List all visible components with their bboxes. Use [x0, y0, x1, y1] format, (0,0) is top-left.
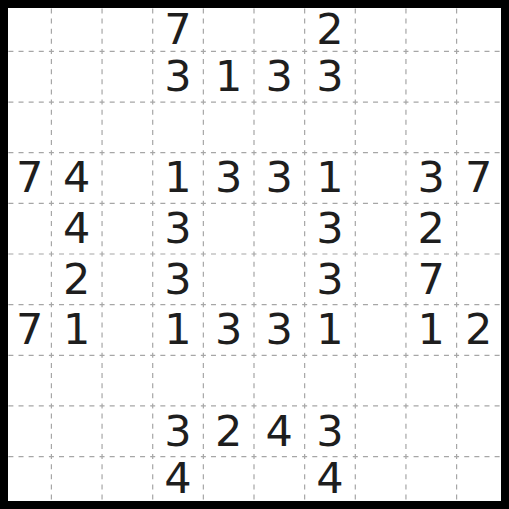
cell-r10c3[interactable] [102, 457, 153, 501]
cell-grid: 723133741331374332233771133112324344 [8, 8, 501, 501]
cell-r1c1[interactable] [8, 8, 51, 51]
cell-r6c3[interactable] [102, 254, 153, 305]
cell-r10c6[interactable] [254, 457, 305, 501]
cell-r10c10[interactable] [457, 457, 501, 501]
cell-r10c1[interactable] [8, 457, 51, 501]
cell-r10c2[interactable] [51, 457, 102, 501]
cell-r1c6[interactable] [254, 8, 305, 51]
cell-r2c4: 3 [153, 51, 204, 102]
cell-r4c7: 1 [305, 153, 356, 204]
cell-r6c2: 2 [51, 254, 102, 305]
cell-r4c3[interactable] [102, 153, 153, 204]
cell-r8c10[interactable] [457, 355, 501, 406]
cell-r9c3[interactable] [102, 406, 153, 457]
cell-r1c3[interactable] [102, 8, 153, 51]
cell-r1c2[interactable] [51, 8, 102, 51]
cell-r3c1[interactable] [8, 102, 51, 153]
cell-r6c10[interactable] [457, 254, 501, 305]
cell-r8c8[interactable] [355, 355, 406, 406]
cell-r1c10[interactable] [457, 8, 501, 51]
cell-r2c2[interactable] [51, 51, 102, 102]
cell-r6c7: 3 [305, 254, 356, 305]
cell-r10c4: 4 [153, 457, 204, 501]
cell-r4c2: 4 [51, 153, 102, 204]
cell-r8c9[interactable] [406, 355, 457, 406]
cell-r9c4: 3 [153, 406, 204, 457]
cell-r8c2[interactable] [51, 355, 102, 406]
cell-r2c7: 3 [305, 51, 356, 102]
cell-r9c5: 2 [203, 406, 254, 457]
cell-r1c4: 7 [153, 8, 204, 51]
cell-r3c10[interactable] [457, 102, 501, 153]
cell-r4c9: 3 [406, 153, 457, 204]
cell-r2c1[interactable] [8, 51, 51, 102]
cell-r9c6: 4 [254, 406, 305, 457]
cell-r4c5: 3 [203, 153, 254, 204]
cell-r6c9: 7 [406, 254, 457, 305]
cell-r5c10[interactable] [457, 203, 501, 254]
cell-r8c4[interactable] [153, 355, 204, 406]
cell-r8c5[interactable] [203, 355, 254, 406]
cell-r3c7[interactable] [305, 102, 356, 153]
cell-r1c8[interactable] [355, 8, 406, 51]
cell-r1c7: 2 [305, 8, 356, 51]
cell-r9c9[interactable] [406, 406, 457, 457]
cell-r3c4[interactable] [153, 102, 204, 153]
cell-r4c4: 1 [153, 153, 204, 204]
cell-r7c4: 1 [153, 305, 204, 356]
cell-r5c1[interactable] [8, 203, 51, 254]
cell-r6c5[interactable] [203, 254, 254, 305]
cell-r7c6: 3 [254, 305, 305, 356]
cell-r8c1[interactable] [8, 355, 51, 406]
cell-r7c5: 3 [203, 305, 254, 356]
cell-r3c2[interactable] [51, 102, 102, 153]
cell-r1c5[interactable] [203, 8, 254, 51]
cell-r9c2[interactable] [51, 406, 102, 457]
cell-r5c4: 3 [153, 203, 204, 254]
cell-r7c8[interactable] [355, 305, 406, 356]
cell-r7c10: 2 [457, 305, 501, 356]
cell-r4c6: 3 [254, 153, 305, 204]
cell-r7c7: 1 [305, 305, 356, 356]
cell-r2c10[interactable] [457, 51, 501, 102]
cell-r7c9: 1 [406, 305, 457, 356]
cell-r3c3[interactable] [102, 102, 153, 153]
cell-r5c5[interactable] [203, 203, 254, 254]
cell-r8c3[interactable] [102, 355, 153, 406]
cell-r8c7[interactable] [305, 355, 356, 406]
cell-r6c1[interactable] [8, 254, 51, 305]
cell-r5c6[interactable] [254, 203, 305, 254]
cell-r10c8[interactable] [355, 457, 406, 501]
cell-r4c1: 7 [8, 153, 51, 204]
cell-r5c9: 2 [406, 203, 457, 254]
cell-r3c5[interactable] [203, 102, 254, 153]
cell-r1c9[interactable] [406, 8, 457, 51]
puzzle-board: 723133741331374332233771133112324344 [0, 0, 509, 509]
cell-r6c4: 3 [153, 254, 204, 305]
cell-r6c6[interactable] [254, 254, 305, 305]
cell-r7c1: 7 [8, 305, 51, 356]
cell-r2c3[interactable] [102, 51, 153, 102]
cell-r3c6[interactable] [254, 102, 305, 153]
cell-r7c2: 1 [51, 305, 102, 356]
cell-r3c9[interactable] [406, 102, 457, 153]
cell-r2c5: 1 [203, 51, 254, 102]
cell-r5c7: 3 [305, 203, 356, 254]
cell-r4c8[interactable] [355, 153, 406, 204]
cell-r2c9[interactable] [406, 51, 457, 102]
cell-r4c10: 7 [457, 153, 501, 204]
cell-r3c8[interactable] [355, 102, 406, 153]
cell-r5c8[interactable] [355, 203, 406, 254]
cell-r9c7: 3 [305, 406, 356, 457]
cell-r2c8[interactable] [355, 51, 406, 102]
cell-r9c1[interactable] [8, 406, 51, 457]
cell-r10c7: 4 [305, 457, 356, 501]
cell-r6c8[interactable] [355, 254, 406, 305]
cell-r9c10[interactable] [457, 406, 501, 457]
cell-r8c6[interactable] [254, 355, 305, 406]
cell-r5c2: 4 [51, 203, 102, 254]
cell-r5c3[interactable] [102, 203, 153, 254]
cell-r10c5[interactable] [203, 457, 254, 501]
cell-r7c3[interactable] [102, 305, 153, 356]
cell-r9c8[interactable] [355, 406, 406, 457]
cell-r2c6: 3 [254, 51, 305, 102]
cell-r10c9[interactable] [406, 457, 457, 501]
